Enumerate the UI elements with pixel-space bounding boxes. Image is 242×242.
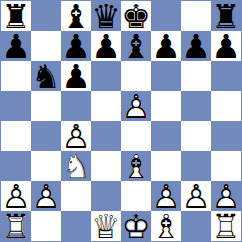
piece-black-bishop: ♝ bbox=[61, 1, 91, 31]
square-a8[interactable]: ♜ bbox=[1, 1, 31, 31]
white-pawn-outline-glyph: ♙ bbox=[1, 181, 31, 211]
square-e1[interactable]: ♚♔ bbox=[121, 211, 151, 241]
piece-white-pawn: ♟♙ bbox=[31, 181, 61, 211]
square-h7[interactable]: ♟ bbox=[211, 31, 241, 61]
square-f5[interactable] bbox=[151, 91, 181, 121]
piece-white-bishop: ♝♗ bbox=[121, 151, 151, 181]
piece-white-king: ♚♔ bbox=[121, 211, 151, 241]
square-f6[interactable] bbox=[151, 61, 181, 91]
white-pawn-outline-glyph: ♙ bbox=[121, 91, 151, 121]
white-bishop-glyph: ♝ bbox=[121, 151, 151, 181]
square-a3[interactable] bbox=[1, 151, 31, 181]
white-knight-outline-glyph: ♘ bbox=[61, 151, 91, 181]
black-pawn-glyph: ♟ bbox=[1, 31, 31, 61]
square-e5[interactable]: ♟♙ bbox=[121, 91, 151, 121]
square-c1[interactable] bbox=[61, 211, 91, 241]
square-e4[interactable] bbox=[121, 121, 151, 151]
square-c7[interactable]: ♟ bbox=[61, 31, 91, 61]
piece-black-bishop: ♝ bbox=[121, 31, 151, 61]
black-knight-glyph: ♞ bbox=[31, 61, 61, 91]
piece-black-rook: ♜ bbox=[1, 1, 31, 31]
square-g4[interactable] bbox=[181, 121, 211, 151]
white-bishop-outline-glyph: ♗ bbox=[121, 151, 151, 181]
white-pawn-outline-glyph: ♙ bbox=[181, 181, 211, 211]
piece-black-knight: ♞ bbox=[31, 61, 61, 91]
square-e3[interactable]: ♝♗ bbox=[121, 151, 151, 181]
piece-black-pawn: ♟ bbox=[181, 31, 211, 61]
piece-black-king: ♚ bbox=[121, 1, 151, 31]
square-b2[interactable]: ♟♙ bbox=[31, 181, 61, 211]
white-pawn-glyph: ♟ bbox=[61, 121, 91, 151]
black-king-glyph: ♚ bbox=[121, 1, 151, 31]
piece-white-pawn: ♟♙ bbox=[121, 91, 151, 121]
square-e7[interactable]: ♝ bbox=[121, 31, 151, 61]
black-queen-glyph: ♛ bbox=[91, 1, 121, 31]
black-pawn-glyph: ♟ bbox=[211, 31, 241, 61]
square-f8[interactable] bbox=[151, 1, 181, 31]
square-h4[interactable] bbox=[211, 121, 241, 151]
white-king-outline-glyph: ♔ bbox=[121, 211, 151, 241]
white-pawn-glyph: ♟ bbox=[181, 181, 211, 211]
square-h3[interactable] bbox=[211, 151, 241, 181]
white-pawn-glyph: ♟ bbox=[121, 91, 151, 121]
square-b4[interactable] bbox=[31, 121, 61, 151]
piece-white-pawn: ♟♙ bbox=[1, 181, 31, 211]
square-d3[interactable] bbox=[91, 151, 121, 181]
square-b5[interactable] bbox=[31, 91, 61, 121]
piece-black-pawn: ♟ bbox=[1, 31, 31, 61]
square-g7[interactable]: ♟ bbox=[181, 31, 211, 61]
square-g2[interactable]: ♟♙ bbox=[181, 181, 211, 211]
square-f1[interactable]: ♝♗ bbox=[151, 211, 181, 241]
square-d8[interactable]: ♛ bbox=[91, 1, 121, 31]
square-d7[interactable]: ♟ bbox=[91, 31, 121, 61]
white-pawn-outline-glyph: ♙ bbox=[151, 181, 181, 211]
square-c5[interactable] bbox=[61, 91, 91, 121]
square-b3[interactable] bbox=[31, 151, 61, 181]
piece-white-rook: ♜♖ bbox=[211, 211, 241, 241]
square-e8[interactable]: ♚ bbox=[121, 1, 151, 31]
white-pawn-glyph: ♟ bbox=[31, 181, 61, 211]
square-a5[interactable] bbox=[1, 91, 31, 121]
square-e6[interactable] bbox=[121, 61, 151, 91]
white-queen-glyph: ♛ bbox=[91, 211, 121, 241]
piece-white-pawn: ♟♙ bbox=[211, 181, 241, 211]
black-bishop-glyph: ♝ bbox=[61, 1, 91, 31]
square-g5[interactable] bbox=[181, 91, 211, 121]
square-g3[interactable] bbox=[181, 151, 211, 181]
white-knight-glyph: ♞ bbox=[61, 151, 91, 181]
white-pawn-outline-glyph: ♙ bbox=[211, 181, 241, 211]
black-pawn-glyph: ♟ bbox=[181, 31, 211, 61]
white-pawn-glyph: ♟ bbox=[211, 181, 241, 211]
piece-white-pawn: ♟♙ bbox=[151, 181, 181, 211]
square-f3[interactable] bbox=[151, 151, 181, 181]
white-king-glyph: ♚ bbox=[121, 211, 151, 241]
square-a1[interactable]: ♜♖ bbox=[1, 211, 31, 241]
piece-black-pawn: ♟ bbox=[211, 31, 241, 61]
piece-white-rook: ♜♖ bbox=[1, 211, 31, 241]
white-bishop-glyph: ♝ bbox=[151, 211, 181, 241]
square-a6[interactable] bbox=[1, 61, 31, 91]
square-f7[interactable]: ♟ bbox=[151, 31, 181, 61]
square-d5[interactable] bbox=[91, 91, 121, 121]
piece-black-pawn: ♟ bbox=[61, 61, 91, 91]
white-rook-outline-glyph: ♖ bbox=[1, 211, 31, 241]
white-pawn-glyph: ♟ bbox=[151, 181, 181, 211]
piece-white-knight: ♞♘ bbox=[61, 151, 91, 181]
white-pawn-outline-glyph: ♙ bbox=[31, 181, 61, 211]
black-pawn-glyph: ♟ bbox=[151, 31, 181, 61]
piece-black-rook: ♜ bbox=[211, 1, 241, 31]
piece-black-pawn: ♟ bbox=[61, 31, 91, 61]
white-rook-glyph: ♜ bbox=[211, 211, 241, 241]
square-g8[interactable] bbox=[181, 1, 211, 31]
square-h1[interactable]: ♜♖ bbox=[211, 211, 241, 241]
white-pawn-glyph: ♟ bbox=[1, 181, 31, 211]
square-b8[interactable] bbox=[31, 1, 61, 31]
square-c2[interactable] bbox=[61, 181, 91, 211]
square-a4[interactable] bbox=[1, 121, 31, 151]
white-queen-outline-glyph: ♕ bbox=[91, 211, 121, 241]
white-rook-outline-glyph: ♖ bbox=[211, 211, 241, 241]
square-c8[interactable]: ♝ bbox=[61, 1, 91, 31]
square-h2[interactable]: ♟♙ bbox=[211, 181, 241, 211]
square-d6[interactable] bbox=[91, 61, 121, 91]
square-f2[interactable]: ♟♙ bbox=[151, 181, 181, 211]
square-c4[interactable]: ♟♙ bbox=[61, 121, 91, 151]
piece-black-pawn: ♟ bbox=[151, 31, 181, 61]
square-a7[interactable]: ♟ bbox=[1, 31, 31, 61]
black-pawn-glyph: ♟ bbox=[91, 31, 121, 61]
square-h8[interactable]: ♜ bbox=[211, 1, 241, 31]
black-pawn-glyph: ♟ bbox=[61, 31, 91, 61]
square-h6[interactable] bbox=[211, 61, 241, 91]
white-rook-glyph: ♜ bbox=[1, 211, 31, 241]
piece-black-queen: ♛ bbox=[91, 1, 121, 31]
chess-board: ♜♝♛♚♜♟♟♟♝♟♟♟♞♟♟♙♟♙♞♘♝♗♟♙♟♙♟♙♟♙♟♙♜♖♛♕♚♔♝♗… bbox=[0, 0, 242, 242]
piece-black-pawn: ♟ bbox=[91, 31, 121, 61]
square-h5[interactable] bbox=[211, 91, 241, 121]
piece-white-queen: ♛♕ bbox=[91, 211, 121, 241]
white-pawn-outline-glyph: ♙ bbox=[61, 121, 91, 151]
square-e2[interactable] bbox=[121, 181, 151, 211]
square-c3[interactable]: ♞♘ bbox=[61, 151, 91, 181]
black-pawn-glyph: ♟ bbox=[61, 61, 91, 91]
piece-white-bishop: ♝♗ bbox=[151, 211, 181, 241]
square-d2[interactable] bbox=[91, 181, 121, 211]
piece-white-pawn: ♟♙ bbox=[181, 181, 211, 211]
square-c6[interactable]: ♟ bbox=[61, 61, 91, 91]
square-b1[interactable] bbox=[31, 211, 61, 241]
square-b6[interactable]: ♞ bbox=[31, 61, 61, 91]
white-bishop-outline-glyph: ♗ bbox=[151, 211, 181, 241]
square-f4[interactable] bbox=[151, 121, 181, 151]
piece-white-pawn: ♟♙ bbox=[61, 121, 91, 151]
black-rook-glyph: ♜ bbox=[1, 1, 31, 31]
square-g1[interactable] bbox=[181, 211, 211, 241]
square-g6[interactable] bbox=[181, 61, 211, 91]
square-d1[interactable]: ♛♕ bbox=[91, 211, 121, 241]
square-b7[interactable] bbox=[31, 31, 61, 61]
square-d4[interactable] bbox=[91, 121, 121, 151]
square-a2[interactable]: ♟♙ bbox=[1, 181, 31, 211]
black-bishop-glyph: ♝ bbox=[121, 31, 151, 61]
black-rook-glyph: ♜ bbox=[211, 1, 241, 31]
